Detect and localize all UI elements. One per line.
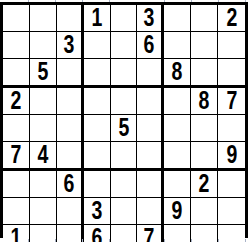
cell-r2c5[interactable] bbox=[111, 32, 138, 59]
cell-r2c4[interactable] bbox=[84, 32, 111, 59]
given-digit: 9 bbox=[226, 142, 237, 168]
cell-r6c8[interactable] bbox=[191, 142, 218, 171]
cell-r3c8[interactable] bbox=[191, 59, 218, 88]
given-digit: 3 bbox=[63, 32, 74, 58]
cell-r8c2[interactable] bbox=[30, 198, 57, 225]
cell-r7c1[interactable] bbox=[3, 171, 30, 198]
cell-r8c3[interactable] bbox=[57, 198, 84, 225]
cell-r2c9[interactable] bbox=[218, 32, 245, 59]
cell-r4c7[interactable] bbox=[164, 88, 191, 115]
cell-r3c4[interactable] bbox=[84, 59, 111, 88]
cell-r3c3[interactable] bbox=[57, 59, 84, 88]
given-digit: 1 bbox=[91, 5, 102, 31]
cell-r7c7[interactable] bbox=[164, 171, 191, 198]
cell-r7c2[interactable] bbox=[30, 171, 57, 198]
given-digit: 3 bbox=[144, 5, 155, 31]
sudoku-board: 132365828757496239167 bbox=[0, 2, 248, 238]
cell-r8c8[interactable] bbox=[191, 198, 218, 225]
given-digit: 6 bbox=[144, 32, 155, 58]
cell-r4c8[interactable]: 8 bbox=[191, 88, 218, 115]
cell-r6c3[interactable] bbox=[57, 142, 84, 171]
cell-r7c3[interactable]: 6 bbox=[57, 171, 84, 198]
cell-r2c3[interactable]: 3 bbox=[57, 32, 84, 59]
cell-r3c2[interactable]: 5 bbox=[30, 59, 57, 88]
cell-r2c1[interactable] bbox=[3, 32, 30, 59]
cell-r5c6[interactable] bbox=[137, 115, 164, 142]
cell-r4c5[interactable] bbox=[111, 88, 138, 115]
given-digit: 9 bbox=[172, 198, 183, 224]
cell-r3c7[interactable]: 8 bbox=[164, 59, 191, 88]
cell-r3c6[interactable] bbox=[137, 59, 164, 88]
given-digit: 2 bbox=[11, 88, 22, 114]
given-digit: 7 bbox=[11, 142, 22, 168]
cell-r6c7[interactable] bbox=[164, 142, 191, 171]
given-digit: 4 bbox=[37, 142, 48, 168]
cell-r1c4[interactable]: 1 bbox=[84, 5, 111, 32]
cell-r5c8[interactable] bbox=[191, 115, 218, 142]
given-digit: 6 bbox=[63, 171, 74, 197]
cell-r6c2[interactable]: 4 bbox=[30, 142, 57, 171]
cell-r1c1[interactable] bbox=[3, 5, 30, 32]
cell-r2c2[interactable] bbox=[30, 32, 57, 59]
cell-r1c7[interactable] bbox=[164, 5, 191, 32]
cell-r8c6[interactable] bbox=[137, 198, 164, 225]
cell-r5c5[interactable]: 5 bbox=[111, 115, 138, 142]
cell-r7c5[interactable] bbox=[111, 171, 138, 198]
cell-r3c9[interactable] bbox=[218, 59, 245, 88]
cell-r8c7[interactable]: 9 bbox=[164, 198, 191, 225]
cell-r8c4[interactable]: 3 bbox=[84, 198, 111, 225]
cell-r3c1[interactable] bbox=[3, 59, 30, 88]
cell-r4c4[interactable] bbox=[84, 88, 111, 115]
cell-r1c2[interactable] bbox=[30, 5, 57, 32]
given-digit: 5 bbox=[37, 59, 48, 85]
cell-r2c6[interactable]: 6 bbox=[137, 32, 164, 59]
cell-r4c2[interactable] bbox=[30, 88, 57, 115]
cell-r8c1[interactable] bbox=[3, 198, 30, 225]
sudoku-page: 132365828757496239167 bbox=[0, 0, 248, 242]
given-digit: 8 bbox=[172, 59, 183, 85]
cell-r4c1[interactable]: 2 bbox=[3, 88, 30, 115]
cell-r4c3[interactable] bbox=[57, 88, 84, 115]
cell-r6c6[interactable] bbox=[137, 142, 164, 171]
cell-r2c8[interactable] bbox=[191, 32, 218, 59]
cell-r6c4[interactable] bbox=[84, 142, 111, 171]
cell-r6c5[interactable] bbox=[111, 142, 138, 171]
cell-r1c8[interactable] bbox=[191, 5, 218, 32]
given-digit: 5 bbox=[118, 115, 129, 141]
cell-r5c7[interactable] bbox=[164, 115, 191, 142]
cell-r8c9[interactable] bbox=[218, 198, 245, 225]
given-digit: 2 bbox=[199, 171, 210, 197]
given-digit: 3 bbox=[91, 198, 102, 224]
cell-r5c4[interactable] bbox=[84, 115, 111, 142]
given-digit: 2 bbox=[226, 5, 237, 31]
given-digit: 7 bbox=[226, 88, 237, 114]
cell-r4c9[interactable]: 7 bbox=[218, 88, 245, 115]
cell-r8c5[interactable] bbox=[111, 198, 138, 225]
cell-r5c2[interactable] bbox=[30, 115, 57, 142]
given-digit: 8 bbox=[199, 88, 210, 114]
cell-r7c8[interactable]: 2 bbox=[191, 171, 218, 198]
cell-r5c9[interactable] bbox=[218, 115, 245, 142]
cell-r3c5[interactable] bbox=[111, 59, 138, 88]
cell-r7c6[interactable] bbox=[137, 171, 164, 198]
cell-r1c3[interactable] bbox=[57, 5, 84, 32]
cell-r5c1[interactable] bbox=[3, 115, 30, 142]
cell-r4c6[interactable] bbox=[137, 88, 164, 115]
cell-r6c9[interactable]: 9 bbox=[218, 142, 245, 171]
cell-r5c3[interactable] bbox=[57, 115, 84, 142]
cell-r2c7[interactable] bbox=[164, 32, 191, 59]
cell-r1c6[interactable]: 3 bbox=[137, 5, 164, 32]
cell-r7c4[interactable] bbox=[84, 171, 111, 198]
cell-r1c9[interactable]: 2 bbox=[218, 5, 245, 32]
cell-r1c5[interactable] bbox=[111, 5, 138, 32]
cell-r6c1[interactable]: 7 bbox=[3, 142, 30, 171]
cell-r7c9[interactable] bbox=[218, 171, 245, 198]
